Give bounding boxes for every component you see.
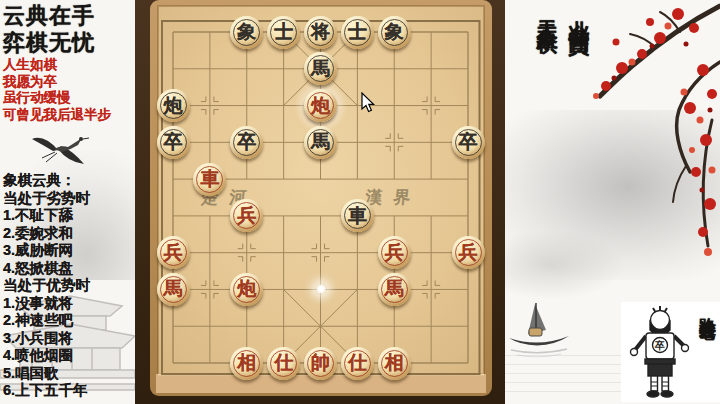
board-area: 楚河 漢界 象士将士象馬炮炮卒卒馬卒車兵車兵兵兵馬炮馬相仕帥仕相 (135, 0, 505, 404)
vendor-shirt-char: 卒 (654, 340, 665, 351)
text-line: 3.小兵围将 (3, 330, 90, 348)
crane-icon (28, 132, 90, 170)
poster-title-line1: 云典在手 (3, 2, 95, 29)
text-line: 2.神速些吧 (3, 312, 90, 330)
river-label-han-jie: 漢界 (363, 188, 422, 207)
text-line: 4.怒掀棋盘 (3, 260, 90, 278)
right-art-panel: 天天象棋 业叁守門員 (505, 0, 720, 404)
text-line: 1.不耻下舔 (3, 207, 90, 225)
text-line: 1.没事就将 (3, 295, 90, 313)
text-line: 象棋云典： (3, 172, 90, 190)
screenshot-stage: 云典在手 弈棋无忧 人生如棋我愿为卒虽行动缓慢可曾见我后退半步 象棋云典：当处于… (0, 0, 720, 404)
text-line: 可曾见我后退半步 (3, 107, 111, 124)
text-line: 6.上下五千年 (3, 382, 90, 400)
text-line: 当处于优势时 (3, 277, 90, 295)
text-line: 2.委婉求和 (3, 225, 90, 243)
plum-blossom-branch (560, 0, 720, 262)
poster-list: 象棋云典：当处于劣势时1.不耻下舔2.委婉求和3.威胁断网4.怒掀棋盘当处于优势… (3, 172, 90, 400)
vendor-vertical-label: 路边摊老云 (697, 304, 719, 314)
text-line: 虽行动缓慢 (3, 90, 111, 107)
poster-title: 云典在手 弈棋无忧 (3, 2, 95, 56)
vendor-figure-box: 卒 路边摊老云 (621, 302, 720, 402)
left-poster-panel: 云典在手 弈棋无忧 人生如棋我愿为卒虽行动缓慢可曾见我后退半步 象棋云典：当处于… (0, 0, 135, 404)
mouse-cursor (361, 92, 377, 114)
poster-poem: 人生如棋我愿为卒虽行动缓慢可曾见我后退半步 (3, 57, 111, 123)
text-line: 人生如棋 (3, 57, 111, 74)
ink-boat (505, 298, 575, 360)
text-line: 我愿为卒 (3, 74, 111, 91)
river-label-chu-he: 楚河 (199, 188, 258, 207)
vertical-title-tiantian-xiangqi: 天天象棋 (533, 4, 561, 20)
text-line: 当处于劣势时 (3, 190, 90, 208)
vertical-title-amateur-goalkeeper: 业叁守門員 (565, 4, 593, 24)
text-line: 4.喷他烟圈 (3, 347, 90, 365)
xiangqi-board[interactable]: 楚河 漢界 (150, 0, 492, 396)
poster-title-line2: 弈棋无忧 (3, 29, 95, 56)
text-line: 5.唱国歌 (3, 365, 90, 383)
vendor-cartoon-figure: 卒 (623, 304, 697, 402)
text-line: 3.威胁断网 (3, 242, 90, 260)
